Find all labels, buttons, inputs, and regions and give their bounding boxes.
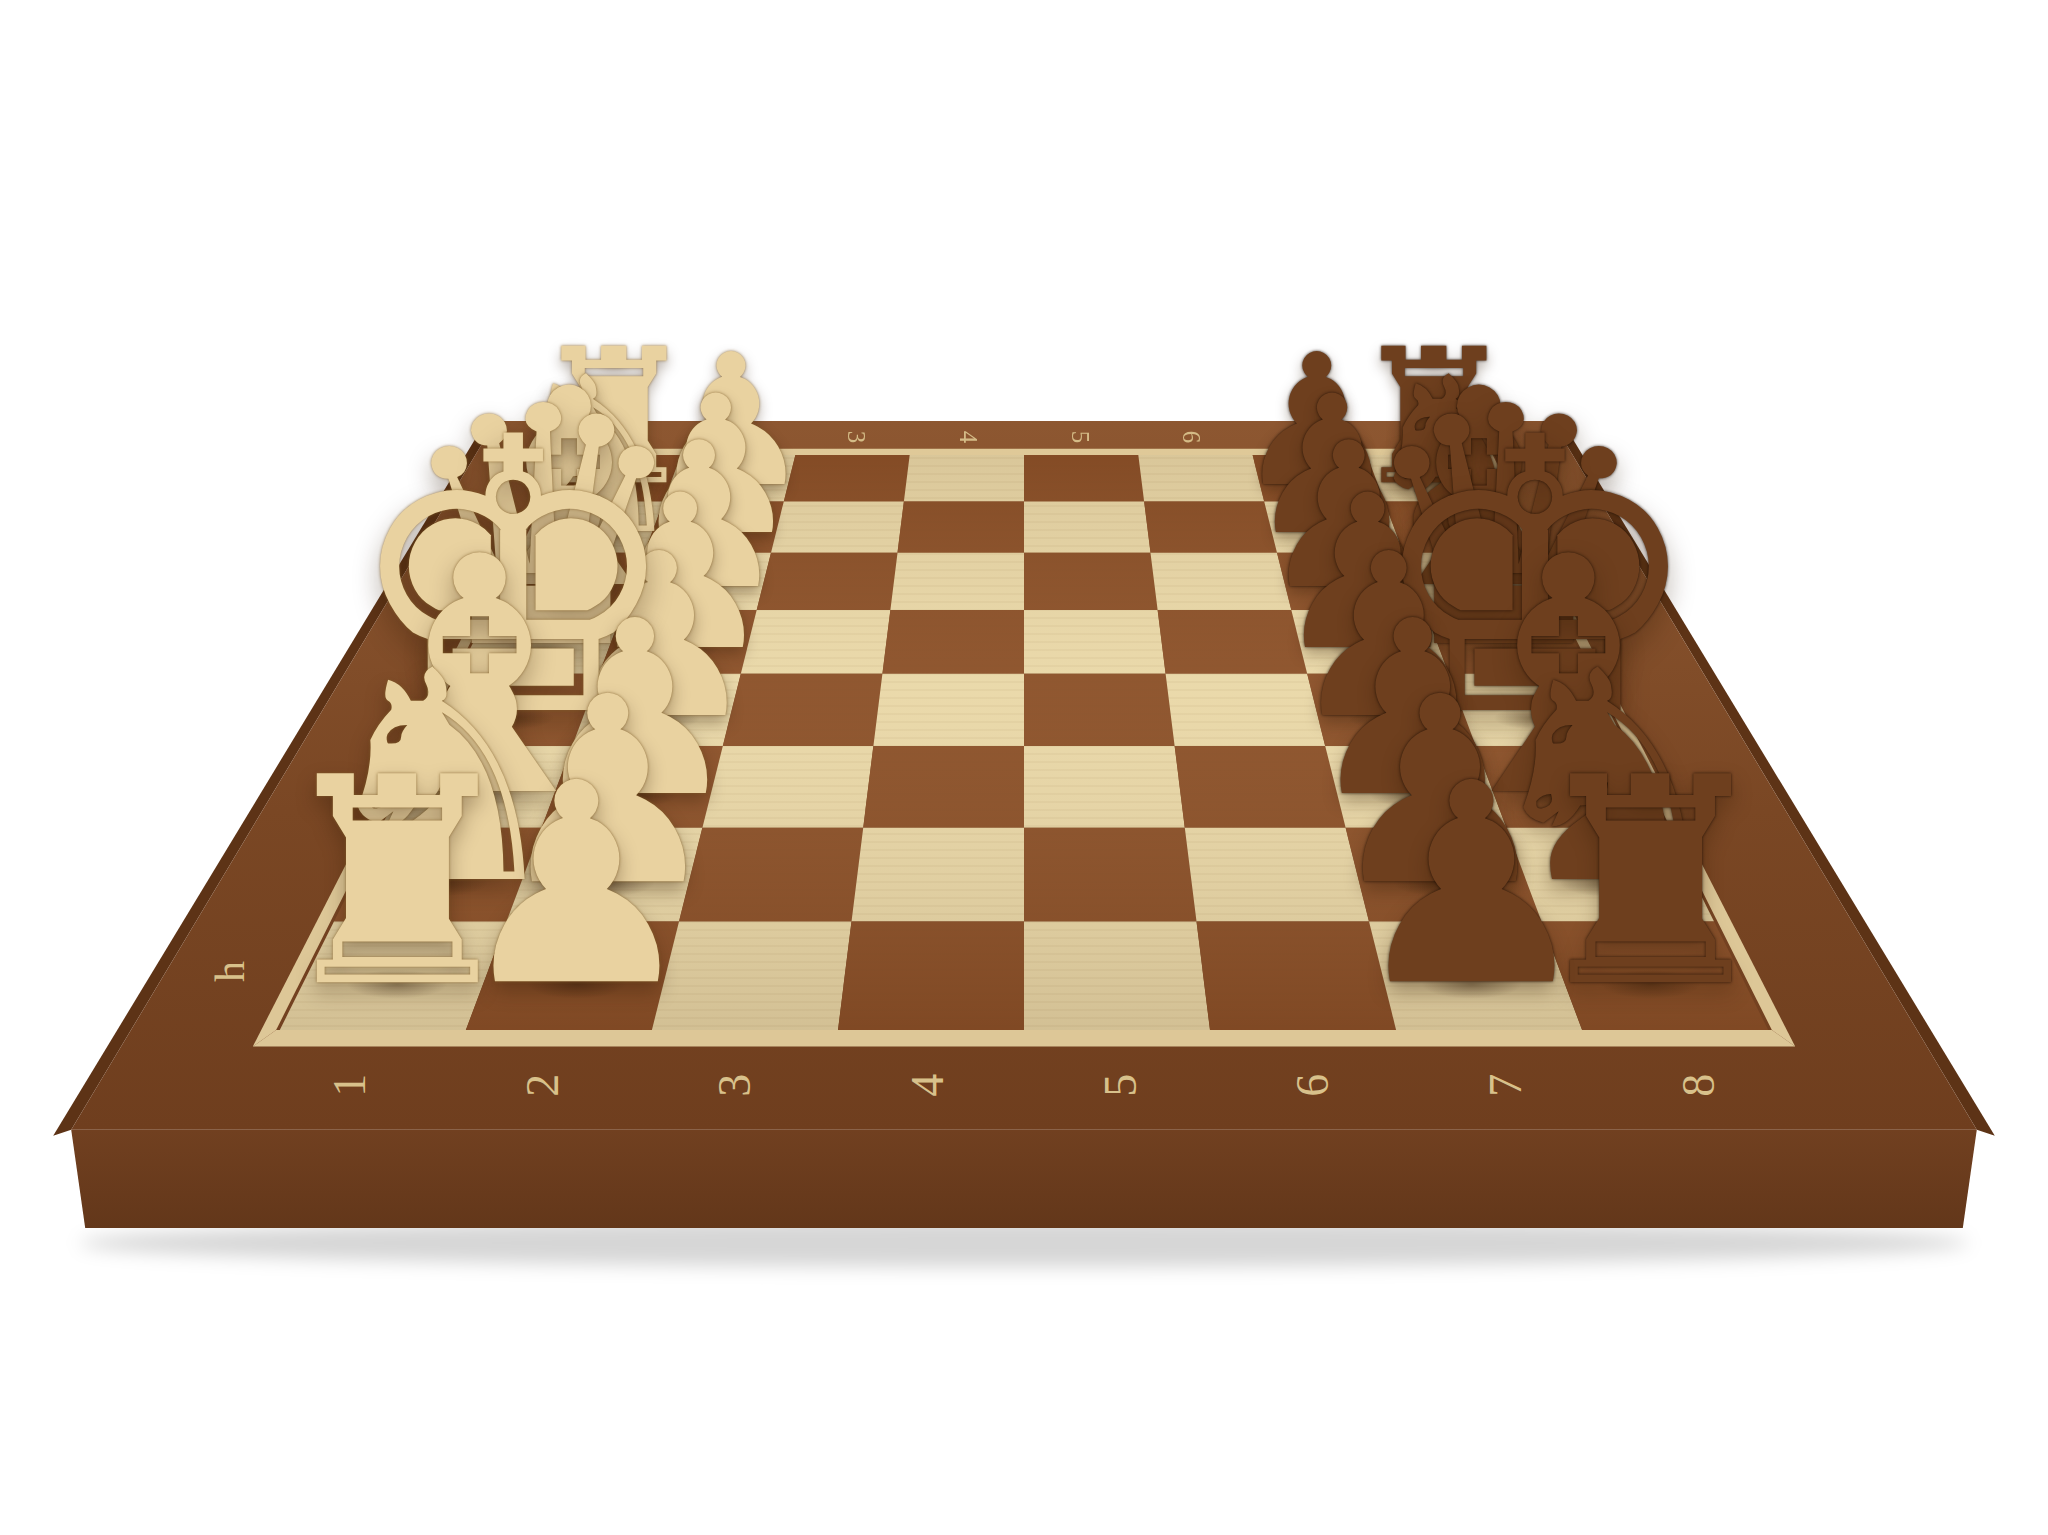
piece-white-rook-h1[interactable]: ♜ <box>269 740 525 1026</box>
rank-label-front-2: 2 <box>517 1074 568 1097</box>
rank-label-front-8: 8 <box>1673 1074 1724 1097</box>
rank-label-front-5: 5 <box>1095 1074 1146 1097</box>
chessboard-photo: 1234567812345678h ♜♞♝♛♚♝♞♜♟♟♟♟♟♟♟♟♟♟♟♟♟♟… <box>0 0 2048 1535</box>
rank-label-back-5: 5 <box>1067 431 1094 444</box>
rank-label-back-3: 3 <box>843 431 870 444</box>
rank-label-back-4: 4 <box>955 431 982 444</box>
file-label-h: h <box>207 961 253 982</box>
piece-black-pawn-h7[interactable]: ♟ <box>1347 747 1595 1024</box>
rank-label-front-7: 7 <box>1480 1074 1531 1097</box>
rank-label-front-6: 6 <box>1288 1074 1339 1097</box>
rank-label-front-3: 3 <box>710 1074 761 1097</box>
rank-label-front-1: 1 <box>324 1074 375 1097</box>
rank-label-back-6: 6 <box>1178 431 1205 444</box>
board-front-face <box>71 1130 1977 1228</box>
rank-label-front-4: 4 <box>902 1074 953 1097</box>
